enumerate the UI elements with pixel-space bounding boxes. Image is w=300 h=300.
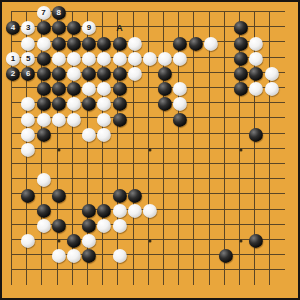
screenshot: 784391526A <box>0 0 300 300</box>
go-board[interactable]: 784391526A <box>0 0 300 300</box>
star-point <box>148 148 151 151</box>
star-point <box>240 148 243 151</box>
star-point <box>57 240 60 243</box>
star-point <box>57 148 60 151</box>
star-point <box>240 240 243 243</box>
star-point <box>148 240 151 243</box>
point-label-A: A <box>116 23 123 33</box>
